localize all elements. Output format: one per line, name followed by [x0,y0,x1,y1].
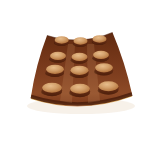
mold-bump [71,53,88,64]
bump-dome [72,53,88,61]
bump-dome [55,36,69,43]
mold-bump [73,37,88,47]
bump-dome [42,83,62,93]
bump-dome [95,63,113,72]
bump-dome [46,65,64,74]
mold-bump [45,65,64,77]
bump-dome [74,37,88,44]
mold-bump [49,52,66,63]
bump-dome [93,35,107,42]
product-photo [0,0,160,141]
mold-bump [92,35,107,45]
mold-bump [92,51,109,62]
bump-dome [70,84,90,94]
mold-bump [69,84,90,97]
bump-dome [99,81,119,91]
mold-bump [94,63,113,75]
bump-dome [50,52,66,60]
mold-tray-illustration [0,0,160,141]
bump-dome [71,66,89,75]
mold-bump [54,36,69,46]
mold-bump [98,81,119,94]
mold-bump [70,66,89,78]
mold-bump [41,83,62,96]
bump-dome [93,51,109,59]
